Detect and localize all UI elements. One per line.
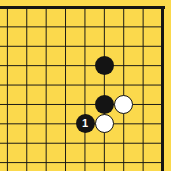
white-stone [95, 114, 114, 133]
black-stone [95, 56, 114, 75]
go-board-diagram: 1 [0, 0, 171, 171]
black-stone [95, 95, 114, 114]
white-stone [114, 95, 133, 114]
black-stone-move-1: 1 [76, 114, 95, 133]
stones-layer: 1 [0, 0, 171, 171]
